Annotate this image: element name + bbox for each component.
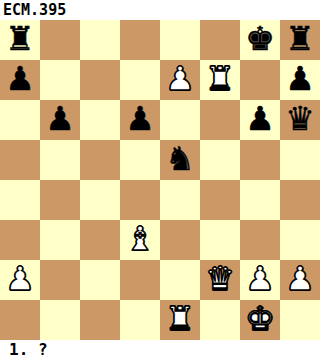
square-c6[interactable] <box>80 100 120 140</box>
square-e4[interactable] <box>160 180 200 220</box>
square-c5[interactable] <box>80 140 120 180</box>
square-h2[interactable]: ♟ <box>280 260 320 300</box>
square-b8[interactable] <box>40 20 80 60</box>
black-pawn[interactable]: ♟ <box>45 100 75 139</box>
chess-board[interactable]: ♜♚♜♟♟♜♟♟♟♟♛♞♝♟♛♟♟♜♚ <box>0 20 320 340</box>
white-pawn[interactable]: ♟ <box>165 60 195 99</box>
black-pawn[interactable]: ♟ <box>125 100 155 139</box>
white-rook[interactable]: ♜ <box>205 60 235 99</box>
white-pawn[interactable]: ♟ <box>5 260 35 299</box>
square-f1[interactable] <box>200 300 240 340</box>
square-e1[interactable]: ♜ <box>160 300 200 340</box>
square-a8[interactable]: ♜ <box>0 20 40 60</box>
square-h3[interactable] <box>280 220 320 260</box>
square-g4[interactable] <box>240 180 280 220</box>
square-b7[interactable] <box>40 60 80 100</box>
square-g6[interactable]: ♟ <box>240 100 280 140</box>
black-king[interactable]: ♚ <box>245 20 275 59</box>
white-pawn[interactable]: ♟ <box>285 260 315 299</box>
square-h1[interactable] <box>280 300 320 340</box>
square-d6[interactable]: ♟ <box>120 100 160 140</box>
black-pawn[interactable]: ♟ <box>245 100 275 139</box>
square-d3[interactable]: ♝ <box>120 220 160 260</box>
square-g5[interactable] <box>240 140 280 180</box>
square-d5[interactable] <box>120 140 160 180</box>
square-b4[interactable] <box>40 180 80 220</box>
square-f6[interactable] <box>200 100 240 140</box>
chess-diagram-window: ECM.395 ♜♚♜♟♟♜♟♟♟♟♛♞♝♟♛♟♟♜♚ 1. ? <box>0 0 320 360</box>
square-a4[interactable] <box>0 180 40 220</box>
square-a1[interactable] <box>0 300 40 340</box>
black-queen[interactable]: ♛ <box>285 100 315 139</box>
square-d1[interactable] <box>120 300 160 340</box>
square-d2[interactable] <box>120 260 160 300</box>
square-f7[interactable]: ♜ <box>200 60 240 100</box>
square-g7[interactable] <box>240 60 280 100</box>
square-e7[interactable]: ♟ <box>160 60 200 100</box>
square-c8[interactable] <box>80 20 120 60</box>
square-d8[interactable] <box>120 20 160 60</box>
square-b5[interactable] <box>40 140 80 180</box>
square-d7[interactable] <box>120 60 160 100</box>
square-h6[interactable]: ♛ <box>280 100 320 140</box>
square-g1[interactable]: ♚ <box>240 300 280 340</box>
black-knight[interactable]: ♞ <box>165 140 195 179</box>
square-g3[interactable] <box>240 220 280 260</box>
square-h4[interactable] <box>280 180 320 220</box>
square-a5[interactable] <box>0 140 40 180</box>
square-f8[interactable] <box>200 20 240 60</box>
square-e8[interactable] <box>160 20 200 60</box>
square-f3[interactable] <box>200 220 240 260</box>
square-g8[interactable]: ♚ <box>240 20 280 60</box>
black-rook[interactable]: ♜ <box>5 20 35 59</box>
black-pawn[interactable]: ♟ <box>5 60 35 99</box>
square-h8[interactable]: ♜ <box>280 20 320 60</box>
square-c3[interactable] <box>80 220 120 260</box>
square-b6[interactable]: ♟ <box>40 100 80 140</box>
square-a3[interactable] <box>0 220 40 260</box>
square-c4[interactable] <box>80 180 120 220</box>
white-queen[interactable]: ♛ <box>205 260 235 299</box>
square-b3[interactable] <box>40 220 80 260</box>
square-b1[interactable] <box>40 300 80 340</box>
square-e3[interactable] <box>160 220 200 260</box>
square-c1[interactable] <box>80 300 120 340</box>
white-pawn[interactable]: ♟ <box>245 260 275 299</box>
square-f4[interactable] <box>200 180 240 220</box>
square-d4[interactable] <box>120 180 160 220</box>
move-prompt: 1. ? <box>9 341 48 359</box>
white-bishop[interactable]: ♝ <box>125 220 155 259</box>
title-bar: ECM.395 <box>0 0 320 20</box>
black-pawn[interactable]: ♟ <box>285 60 315 99</box>
square-h7[interactable]: ♟ <box>280 60 320 100</box>
square-a6[interactable] <box>0 100 40 140</box>
move-bar: 1. ? <box>0 340 320 360</box>
square-e5[interactable]: ♞ <box>160 140 200 180</box>
square-c2[interactable] <box>80 260 120 300</box>
white-rook[interactable]: ♜ <box>165 300 195 339</box>
diagram-title: ECM.395 <box>3 1 66 19</box>
square-f2[interactable]: ♛ <box>200 260 240 300</box>
square-h5[interactable] <box>280 140 320 180</box>
square-f5[interactable] <box>200 140 240 180</box>
square-e2[interactable] <box>160 260 200 300</box>
black-rook[interactable]: ♜ <box>285 20 315 59</box>
square-c7[interactable] <box>80 60 120 100</box>
white-king[interactable]: ♚ <box>245 300 275 339</box>
square-b2[interactable] <box>40 260 80 300</box>
square-a2[interactable]: ♟ <box>0 260 40 300</box>
square-g2[interactable]: ♟ <box>240 260 280 300</box>
square-a7[interactable]: ♟ <box>0 60 40 100</box>
square-e6[interactable] <box>160 100 200 140</box>
